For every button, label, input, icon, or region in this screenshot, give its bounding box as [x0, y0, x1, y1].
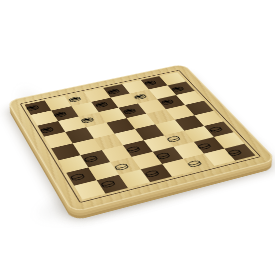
board-frame: ⛂⛂⛂⛂⛂⛂⛂⛂⛂⛂⛂⛂⛀⛀⛀⛀⛀⛀⛀⛀⛀⛀⛀⛀ [6, 63, 275, 212]
square-h1[interactable]: ⛀ [224, 143, 255, 160]
checkers-board: ⛂⛂⛂⛂⛂⛂⛂⛂⛂⛂⛂⛂⛀⛀⛀⛀⛀⛀⛀⛀⛀⛀⛀⛀ [6, 63, 275, 212]
checker-glyph: ⛂ [50, 108, 68, 120]
checker-glyph: ⛀ [162, 132, 182, 145]
playing-area-inlay-line: ⛂⛂⛂⛂⛂⛂⛂⛂⛂⛂⛂⛂⛀⛀⛀⛀⛀⛀⛀⛀⛀⛀⛀⛀ [19, 70, 260, 203]
light-checker[interactable]: ⛀ [193, 137, 222, 152]
product-photo-stage: ⛂⛂⛂⛂⛂⛂⛂⛂⛂⛂⛂⛂⛀⛀⛀⛀⛀⛀⛀⛀⛀⛀⛀⛀ [0, 0, 275, 275]
checker-glyph: ⛀ [204, 122, 225, 134]
checker-top-face: ⛀ [193, 137, 222, 152]
checker-glyph: ⛀ [66, 169, 87, 183]
checker-glyph: ⛂ [23, 101, 41, 112]
checker-glyph: ⛀ [122, 142, 142, 155]
scene: ⛂⛂⛂⛂⛂⛂⛂⛂⛂⛂⛂⛂⛀⛀⛀⛀⛀⛀⛀⛀⛀⛀⛀⛀ [0, 0, 275, 275]
